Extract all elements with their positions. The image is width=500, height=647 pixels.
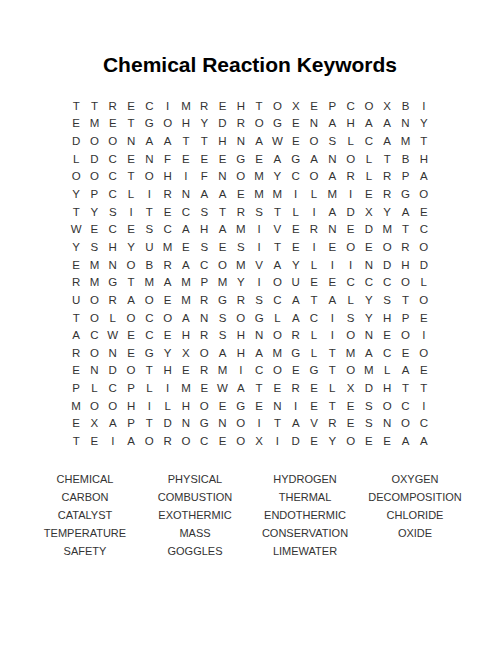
grid-cell-r12c2: O — [85, 291, 103, 309]
grid-cell-r4c19: B — [396, 150, 414, 168]
grid-cell-r9c3: H — [104, 238, 122, 256]
word-list: CHEMICALPHYSICALHYDROGENOXYGENCARBONCOMB… — [30, 470, 470, 560]
grid-cell-r3c6: A — [158, 132, 176, 150]
grid-cell-r2c12: G — [268, 115, 286, 133]
grid-cell-r15c11: A — [250, 344, 268, 362]
grid-cell-r1c3: R — [104, 97, 122, 115]
grid-cell-r10c8: C — [195, 256, 213, 274]
grid-cell-r12c13: A — [287, 291, 305, 309]
word-list-item-carbon: CARBON — [30, 488, 140, 506]
word-list-item-oxygen: OXYGEN — [360, 470, 470, 488]
grid-cell-r10c10: M — [232, 256, 250, 274]
grid-cell-r20c14: E — [305, 432, 323, 450]
grid-cell-r7c18: Y — [378, 203, 396, 221]
grid-cell-r10c13: Y — [287, 256, 305, 274]
grid-cell-r20c9: E — [213, 432, 231, 450]
grid-cell-r15c8: O — [195, 344, 213, 362]
grid-cell-r12c19: T — [396, 291, 414, 309]
grid-cell-r14c19: O — [396, 326, 414, 344]
grid-cell-r19c19: O — [396, 415, 414, 433]
grid-cell-r19c16: E — [341, 415, 359, 433]
grid-cell-r11c14: E — [305, 273, 323, 291]
grid-cell-r6c1: Y — [67, 185, 85, 203]
grid-cell-r8c14: R — [305, 220, 323, 238]
grid-cell-r18c8: O — [195, 397, 213, 415]
grid-cell-r13c10: O — [232, 309, 250, 327]
grid-cell-r9c4: Y — [122, 238, 140, 256]
grid-cell-r19c7: N — [177, 415, 195, 433]
grid-cell-r13c16: S — [341, 309, 359, 327]
grid-cell-r20c12: I — [268, 432, 286, 450]
grid-cell-r9c6: M — [158, 238, 176, 256]
grid-cell-r14c14: L — [305, 326, 323, 344]
grid-cell-r11c3: G — [104, 273, 122, 291]
grid-cell-r19c1: E — [67, 415, 85, 433]
word-list-item-thermal: THERMAL — [250, 488, 360, 506]
word-list-item-conservation: CONSERVATION — [250, 524, 360, 542]
grid-cell-r1c9: E — [213, 97, 231, 115]
grid-cell-r13c15: I — [323, 309, 341, 327]
grid-cell-r4c15: N — [323, 150, 341, 168]
grid-cell-r12c17: Y — [360, 291, 378, 309]
grid-cell-r18c14: E — [305, 397, 323, 415]
grid-cell-r6c2: P — [85, 185, 103, 203]
grid-cell-r1c20: I — [415, 97, 433, 115]
grid-cell-r15c13: G — [287, 344, 305, 362]
grid-cell-r10c18: D — [378, 256, 396, 274]
grid-cell-r10c16: I — [341, 256, 359, 274]
grid-cell-r17c19: T — [396, 379, 414, 397]
grid-cell-r7c20: E — [415, 203, 433, 221]
grid-cell-r14c5: C — [140, 326, 158, 344]
word-list-item-oxide: OXIDE — [360, 524, 470, 542]
grid-cell-r7c3: S — [104, 203, 122, 221]
grid-cell-r18c16: E — [341, 397, 359, 415]
grid-cell-r12c4: A — [122, 291, 140, 309]
grid-cell-r12c14: T — [305, 291, 323, 309]
grid-cell-r16c13: E — [287, 362, 305, 380]
grid-cell-r19c15: R — [323, 415, 341, 433]
grid-cell-r6c3: C — [104, 185, 122, 203]
grid-cell-r17c5: L — [140, 379, 158, 397]
grid-cell-r7c6: E — [158, 203, 176, 221]
grid-cell-r13c3: L — [104, 309, 122, 327]
grid-cell-r18c6: L — [158, 397, 176, 415]
grid-cell-r1c11: T — [250, 97, 268, 115]
grid-cell-r20c17: E — [360, 432, 378, 450]
grid-cell-r17c18: H — [378, 379, 396, 397]
grid-cell-r9c2: S — [85, 238, 103, 256]
grid-cell-r1c17: O — [360, 97, 378, 115]
grid-cell-r15c2: O — [85, 344, 103, 362]
grid-cell-r1c6: I — [158, 97, 176, 115]
word-search-grid: TTRECIMREHTOXEPCOXBIEMETGOHYDROGENAHAANY… — [67, 97, 433, 450]
grid-cell-r4c18: T — [378, 150, 396, 168]
grid-cell-r14c15: I — [323, 326, 341, 344]
grid-cell-r12c1: U — [67, 291, 85, 309]
grid-cell-r1c19: B — [396, 97, 414, 115]
grid-cell-r7c1: T — [67, 203, 85, 221]
grid-cell-r8c15: N — [323, 220, 341, 238]
grid-cell-r11c15: E — [323, 273, 341, 291]
page-title: Chemical Reaction Keywords — [0, 0, 500, 77]
grid-cell-r1c16: C — [341, 97, 359, 115]
grid-cell-r9c7: E — [177, 238, 195, 256]
grid-cell-r12c7: M — [177, 291, 195, 309]
grid-cell-r14c7: H — [177, 326, 195, 344]
grid-cell-r6c15: M — [323, 185, 341, 203]
grid-cell-r19c12: T — [268, 415, 286, 433]
word-list-item-exothermic: EXOTHERMIC — [140, 506, 250, 524]
grid-cell-r6c9: A — [213, 185, 231, 203]
grid-cell-r1c14: E — [305, 97, 323, 115]
grid-cell-r16c11: C — [250, 362, 268, 380]
grid-cell-r19c14: V — [305, 415, 323, 433]
grid-cell-r13c12: L — [268, 309, 286, 327]
grid-cell-r7c11: S — [250, 203, 268, 221]
grid-cell-r9c12: T — [268, 238, 286, 256]
grid-cell-r3c5: A — [140, 132, 158, 150]
grid-cell-r6c19: G — [396, 185, 414, 203]
grid-cell-r19c3: A — [104, 415, 122, 433]
grid-cell-r13c14: C — [305, 309, 323, 327]
grid-cell-r10c4: O — [122, 256, 140, 274]
grid-cell-r20c15: Y — [323, 432, 341, 450]
grid-cell-r19c6: D — [158, 415, 176, 433]
grid-cell-r3c16: L — [341, 132, 359, 150]
grid-cell-r7c8: S — [195, 203, 213, 221]
word-list-item-chemical: CHEMICAL — [30, 470, 140, 488]
grid-cell-r17c17: D — [360, 379, 378, 397]
grid-cell-r13c11: G — [250, 309, 268, 327]
grid-cell-r14c4: E — [122, 326, 140, 344]
grid-cell-r18c3: O — [104, 397, 122, 415]
grid-cell-r2c11: O — [250, 115, 268, 133]
grid-cell-r18c20: I — [415, 397, 433, 415]
grid-cell-r3c2: O — [85, 132, 103, 150]
grid-cell-r3c20: T — [415, 132, 433, 150]
grid-cell-r17c12: E — [268, 379, 286, 397]
grid-cell-r4c2: D — [85, 150, 103, 168]
grid-cell-r7c2: Y — [85, 203, 103, 221]
grid-cell-r8c7: A — [177, 220, 195, 238]
grid-cell-r11c7: M — [177, 273, 195, 291]
grid-cell-r16c5: T — [140, 362, 158, 380]
grid-cell-r3c13: E — [287, 132, 305, 150]
grid-cell-r8c5: S — [140, 220, 158, 238]
grid-cell-r15c4: E — [122, 344, 140, 362]
grid-cell-r13c17: Y — [360, 309, 378, 327]
grid-cell-r15c3: N — [104, 344, 122, 362]
grid-cell-r20c4: A — [122, 432, 140, 450]
grid-cell-r13c8: N — [195, 309, 213, 327]
grid-cell-r18c15: T — [323, 397, 341, 415]
grid-cell-r17c3: C — [104, 379, 122, 397]
grid-cell-r1c2: T — [85, 97, 103, 115]
grid-cell-r17c4: P — [122, 379, 140, 397]
grid-cell-r4c1: L — [67, 150, 85, 168]
grid-cell-r16c2: N — [85, 362, 103, 380]
grid-cell-r6c11: M — [250, 185, 268, 203]
grid-cell-r3c17: C — [360, 132, 378, 150]
grid-cell-r11c9: M — [213, 273, 231, 291]
grid-cell-r12c15: A — [323, 291, 341, 309]
grid-cell-r6c4: L — [122, 185, 140, 203]
grid-cell-r15c15: T — [323, 344, 341, 362]
grid-cell-r2c4: T — [122, 115, 140, 133]
grid-cell-r10c2: M — [85, 256, 103, 274]
word-list-item-decomposition: DECOMPOSITION — [360, 488, 470, 506]
grid-cell-r5c14: O — [305, 168, 323, 186]
grid-cell-r3c10: N — [232, 132, 250, 150]
grid-cell-r15c16: M — [341, 344, 359, 362]
grid-cell-r1c5: C — [140, 97, 158, 115]
grid-cell-r13c6: O — [158, 309, 176, 327]
grid-cell-r10c19: H — [396, 256, 414, 274]
grid-cell-r12c20: O — [415, 291, 433, 309]
grid-cell-r19c20: C — [415, 415, 433, 433]
grid-cell-r3c18: A — [378, 132, 396, 150]
grid-cell-r5c17: L — [360, 168, 378, 186]
word-list-item-hydrogen: HYDROGEN — [250, 470, 360, 488]
grid-cell-r6c5: I — [140, 185, 158, 203]
grid-cell-r9c19: R — [396, 238, 414, 256]
grid-cell-r4c6: F — [158, 150, 176, 168]
grid-cell-r7c5: T — [140, 203, 158, 221]
grid-cell-r5c2: O — [85, 168, 103, 186]
grid-cell-r14c17: N — [360, 326, 378, 344]
grid-cell-r20c20: A — [415, 432, 433, 450]
grid-cell-r8c18: M — [378, 220, 396, 238]
grid-cell-r13c13: A — [287, 309, 305, 327]
grid-cell-r16c20: E — [415, 362, 433, 380]
grid-cell-r8c4: E — [122, 220, 140, 238]
grid-cell-r7c4: I — [122, 203, 140, 221]
grid-cell-r20c3: I — [104, 432, 122, 450]
grid-cell-r9c16: O — [341, 238, 359, 256]
grid-cell-r2c20: Y — [415, 115, 433, 133]
grid-cell-r4c13: G — [287, 150, 305, 168]
grid-cell-r6c7: N — [177, 185, 195, 203]
grid-cell-r2c17: A — [360, 115, 378, 133]
grid-cell-r2c16: H — [341, 115, 359, 133]
grid-cell-r17c14: E — [305, 379, 323, 397]
grid-cell-r5c1: O — [67, 168, 85, 186]
grid-cell-r12c9: G — [213, 291, 231, 309]
grid-cell-r14c1: A — [67, 326, 85, 344]
grid-cell-r3c12: W — [268, 132, 286, 150]
grid-cell-r4c20: H — [415, 150, 433, 168]
grid-cell-r8c16: E — [341, 220, 359, 238]
grid-cell-r4c8: E — [195, 150, 213, 168]
grid-cell-r1c1: T — [67, 97, 85, 115]
grid-cell-r18c17: S — [360, 397, 378, 415]
grid-cell-r12c8: R — [195, 291, 213, 309]
grid-cell-r12c6: E — [158, 291, 176, 309]
grid-cell-r2c15: A — [323, 115, 341, 133]
grid-cell-r18c19: C — [396, 397, 414, 415]
grid-cell-r18c4: H — [122, 397, 140, 415]
grid-cell-r14c8: R — [195, 326, 213, 344]
grid-cell-r11c18: C — [378, 273, 396, 291]
grid-cell-r6c10: E — [232, 185, 250, 203]
grid-cell-r15c20: O — [415, 344, 433, 362]
grid-cell-r5c18: R — [378, 168, 396, 186]
grid-cell-r3c9: H — [213, 132, 231, 150]
grid-cell-r6c12: M — [268, 185, 286, 203]
grid-cell-r15c19: E — [396, 344, 414, 362]
grid-cell-r12c5: O — [140, 291, 158, 309]
grid-cell-r10c1: E — [67, 256, 85, 274]
grid-cell-r2c7: H — [177, 115, 195, 133]
grid-cell-r14c13: R — [287, 326, 305, 344]
grid-cell-r18c18: O — [378, 397, 396, 415]
grid-cell-r10c5: B — [140, 256, 158, 274]
grid-cell-r15c14: L — [305, 344, 323, 362]
grid-cell-r6c14: L — [305, 185, 323, 203]
grid-cell-r17c7: M — [177, 379, 195, 397]
grid-cell-r17c9: W — [213, 379, 231, 397]
grid-cell-r13c9: S — [213, 309, 231, 327]
grid-cell-r16c10: I — [232, 362, 250, 380]
grid-cell-r15c10: H — [232, 344, 250, 362]
grid-cell-r20c8: C — [195, 432, 213, 450]
grid-cell-r20c6: R — [158, 432, 176, 450]
grid-cell-r11c16: C — [341, 273, 359, 291]
grid-cell-r2c9: D — [213, 115, 231, 133]
grid-cell-r9c5: U — [140, 238, 158, 256]
grid-cell-r6c8: A — [195, 185, 213, 203]
grid-cell-r1c18: X — [378, 97, 396, 115]
grid-cell-r2c2: M — [85, 115, 103, 133]
grid-cell-r4c4: E — [122, 150, 140, 168]
grid-cell-r20c13: D — [287, 432, 305, 450]
grid-cell-r16c18: L — [378, 362, 396, 380]
grid-cell-r5c4: T — [122, 168, 140, 186]
grid-cell-r12c16: L — [341, 291, 359, 309]
word-list-item-limewater: LIMEWATER — [250, 542, 360, 560]
grid-cell-r11c2: M — [85, 273, 103, 291]
grid-cell-r2c10: R — [232, 115, 250, 133]
grid-cell-r2c1: E — [67, 115, 85, 133]
grid-cell-r7c9: T — [213, 203, 231, 221]
grid-cell-r9c17: E — [360, 238, 378, 256]
grid-cell-r1c8: R — [195, 97, 213, 115]
grid-cell-r10c7: A — [177, 256, 195, 274]
grid-cell-r3c8: T — [195, 132, 213, 150]
grid-cell-r5c8: F — [195, 168, 213, 186]
grid-cell-r10c12: A — [268, 256, 286, 274]
grid-cell-r8c20: C — [415, 220, 433, 238]
grid-cell-r18c10: G — [232, 397, 250, 415]
grid-cell-r16c12: O — [268, 362, 286, 380]
grid-cell-r20c10: O — [232, 432, 250, 450]
grid-cell-r9c9: E — [213, 238, 231, 256]
grid-cell-r17c11: T — [250, 379, 268, 397]
grid-cell-r20c16: O — [341, 432, 359, 450]
grid-cell-r17c13: R — [287, 379, 305, 397]
grid-cell-r9c15: E — [323, 238, 341, 256]
grid-cell-r16c16: O — [341, 362, 359, 380]
grid-cell-r8c2: E — [85, 220, 103, 238]
grid-cell-r16c7: E — [177, 362, 195, 380]
grid-cell-r15c9: A — [213, 344, 231, 362]
grid-cell-r10c17: N — [360, 256, 378, 274]
grid-cell-r7c12: T — [268, 203, 286, 221]
grid-cell-r6c18: R — [378, 185, 396, 203]
grid-cell-r7c7: C — [177, 203, 195, 221]
grid-cell-r8c19: T — [396, 220, 414, 238]
word-list-item-safety: SAFETY — [30, 542, 140, 560]
grid-cell-r7c17: X — [360, 203, 378, 221]
grid-cell-r2c3: E — [104, 115, 122, 133]
grid-cell-r4c7: E — [177, 150, 195, 168]
grid-cell-r17c2: L — [85, 379, 103, 397]
grid-cell-r19c11: I — [250, 415, 268, 433]
word-list-item-mass: MASS — [140, 524, 250, 542]
grid-cell-r20c5: O — [140, 432, 158, 450]
grid-cell-r16c17: M — [360, 362, 378, 380]
grid-cell-r14c16: O — [341, 326, 359, 344]
grid-cell-r16c8: R — [195, 362, 213, 380]
grid-cell-r16c15: T — [323, 362, 341, 380]
grid-cell-r16c19: A — [396, 362, 414, 380]
grid-cell-r15c17: A — [360, 344, 378, 362]
grid-cell-r4c12: A — [268, 150, 286, 168]
grid-cell-r9c1: Y — [67, 238, 85, 256]
grid-cell-r17c10: A — [232, 379, 250, 397]
grid-cell-r13c1: T — [67, 309, 85, 327]
grid-cell-r15c7: X — [177, 344, 195, 362]
grid-cell-r9c10: S — [232, 238, 250, 256]
grid-cell-r11c20: L — [415, 273, 433, 291]
grid-cell-r9c8: S — [195, 238, 213, 256]
grid-cell-r9c14: I — [305, 238, 323, 256]
word-list-item-goggles: GOGGLES — [140, 542, 250, 560]
grid-cell-r16c3: D — [104, 362, 122, 380]
grid-cell-r19c18: N — [378, 415, 396, 433]
grid-cell-r5c19: P — [396, 168, 414, 186]
grid-cell-r11c6: A — [158, 273, 176, 291]
grid-cell-r20c11: X — [250, 432, 268, 450]
grid-cell-r20c7: O — [177, 432, 195, 450]
grid-cell-r1c10: H — [232, 97, 250, 115]
grid-cell-r17c6: I — [158, 379, 176, 397]
grid-cell-r5c7: I — [177, 168, 195, 186]
word-list-item-endothermic: ENDOTHERMIC — [250, 506, 360, 524]
grid-cell-r11c10: Y — [232, 273, 250, 291]
word-list-item-temperature: TEMPERATURE — [30, 524, 140, 542]
word-list-item-combustion: COMBUSTION — [140, 488, 250, 506]
grid-cell-r18c12: N — [268, 397, 286, 415]
grid-cell-r8c3: C — [104, 220, 122, 238]
grid-cell-r2c18: A — [378, 115, 396, 133]
grid-cell-r4c11: E — [250, 150, 268, 168]
grid-cell-r11c12: O — [268, 273, 286, 291]
grid-cell-r17c16: X — [341, 379, 359, 397]
grid-cell-r14c2: C — [85, 326, 103, 344]
grid-cell-r14c3: W — [104, 326, 122, 344]
grid-cell-r5c13: C — [287, 168, 305, 186]
grid-cell-r18c9: E — [213, 397, 231, 415]
grid-cell-r12c3: R — [104, 291, 122, 309]
grid-cell-r3c1: D — [67, 132, 85, 150]
grid-cell-r11c13: U — [287, 273, 305, 291]
grid-cell-r2c8: Y — [195, 115, 213, 133]
grid-cell-r8c8: H — [195, 220, 213, 238]
grid-cell-r13c18: H — [378, 309, 396, 327]
grid-cell-r16c9: M — [213, 362, 231, 380]
